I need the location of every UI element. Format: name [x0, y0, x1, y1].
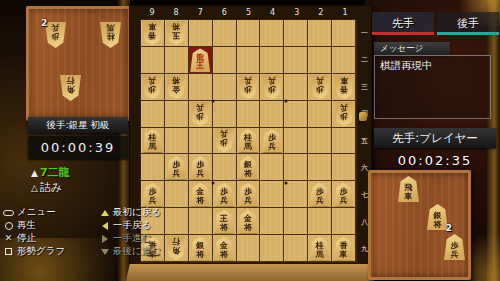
replay-item-2[interactable]: 一手戻る	[99, 219, 161, 232]
square-49[interactable]	[260, 235, 284, 262]
start-button-icon	[3, 207, 14, 218]
message-box: 棋譜再現中	[374, 55, 491, 119]
gote-piece-歩兵: 歩兵	[190, 102, 210, 126]
gote-hand-歩兵: 歩兵2	[45, 22, 66, 48]
sente-captured-tray: 飛車銀将2歩兵	[368, 170, 471, 280]
square-11[interactable]	[332, 20, 356, 47]
file-label-1: 1	[333, 6, 357, 19]
replay-item-2-label: 一手戻る	[113, 219, 151, 232]
dpad-down-icon	[99, 246, 110, 257]
piece-kanji: 歩	[244, 85, 252, 94]
file-label-5: 5	[236, 6, 260, 19]
gote-piece-香車: 香車	[334, 75, 354, 99]
square-51[interactable]	[237, 20, 261, 47]
board-stand	[126, 264, 374, 281]
square-64[interactable]	[213, 101, 237, 128]
sente-piece-桂馬: 桂馬	[238, 129, 258, 153]
square-38[interactable]	[284, 208, 308, 235]
piece-kanji: 兵	[340, 197, 348, 206]
square-13[interactable]: 香車	[332, 74, 356, 101]
piece-kanji: 馬	[244, 143, 252, 152]
file-label-7: 7	[188, 6, 212, 19]
piece-kanji: 王	[196, 63, 204, 71]
square-84[interactable]	[165, 101, 189, 128]
square-87[interactable]	[165, 181, 189, 208]
square-78[interactable]	[189, 208, 213, 235]
square-43[interactable]: 歩兵	[260, 74, 284, 101]
dpad-left-icon	[99, 220, 110, 231]
piece-kanji: 馬	[148, 143, 156, 152]
gote-piece-香車: 香車	[142, 21, 162, 45]
square-74[interactable]: 歩兵	[189, 101, 213, 128]
piece-kanji: 兵	[244, 76, 252, 85]
gote-clock: 00:00:39	[28, 136, 128, 159]
square-59[interactable]	[237, 235, 261, 262]
square-81[interactable]: 玉将	[165, 20, 189, 47]
start-button-glyph	[3, 210, 14, 216]
piece-kanji: 行	[67, 76, 75, 85]
hoshi-dot	[212, 100, 215, 103]
sente-piece-歩兵: 歩兵	[190, 156, 210, 180]
menu-item-2-label: 再生	[17, 219, 36, 232]
last-move-indicator: ▲ 7二龍	[31, 166, 70, 179]
sente-piece-飛車: 飛車	[398, 176, 419, 202]
dpad-right-glyph	[102, 235, 108, 243]
square-31[interactable]	[284, 20, 308, 47]
piece-kanji: 歩	[316, 85, 324, 94]
rank-label-2: 二	[358, 46, 371, 73]
square-85[interactable]	[165, 128, 189, 155]
sente-hand-銀将: 銀将2	[427, 204, 448, 230]
menu-item-2[interactable]: 再生	[3, 219, 99, 232]
piece-kanji: 車	[340, 251, 348, 260]
square-89[interactable]: 角行	[165, 235, 189, 262]
file-label-9: 9	[140, 6, 164, 19]
piece-kanji: 兵	[148, 197, 156, 206]
square-23[interactable]: 歩兵	[308, 74, 332, 101]
square-77[interactable]: 金将	[189, 181, 213, 208]
gote-piece-桂馬: 桂馬	[100, 22, 121, 48]
square-92[interactable]	[141, 47, 165, 74]
hoshi-dot	[284, 181, 287, 184]
tab-sente-label: 先手	[392, 16, 414, 31]
square-73[interactable]	[189, 74, 213, 101]
square-94[interactable]	[141, 101, 165, 128]
piece-kanji: 将	[220, 251, 228, 260]
cross-button-glyph: ✕	[5, 234, 13, 243]
square-76[interactable]: 歩兵	[189, 154, 213, 181]
square-22[interactable]	[308, 47, 332, 74]
square-28[interactable]	[308, 208, 332, 235]
gote-piece-歩兵: 歩兵	[262, 75, 282, 99]
tab-gote[interactable]: 後手	[437, 12, 499, 35]
sente-piece-歩兵: 歩兵	[166, 156, 186, 180]
last-move-text: 7二龍	[40, 165, 70, 180]
piece-kanji: 歩	[220, 138, 228, 147]
piece-kanji: 馬	[107, 23, 115, 32]
sente-piece-銀将: 銀将	[238, 156, 258, 180]
piece-kanji: 将	[220, 224, 228, 233]
shogi-replay-screen: 歩兵2桂馬角行 987654321 香車玉将龍王歩兵金将歩兵歩兵歩兵香車歩兵歩兵…	[0, 0, 500, 281]
menu-item-3[interactable]: ✕停止	[3, 232, 99, 245]
piece-kanji: 兵	[196, 170, 204, 179]
piece-kanji: 将	[172, 22, 180, 31]
circle-button-icon	[3, 220, 14, 231]
square-82[interactable]	[165, 47, 189, 74]
square-66[interactable]	[213, 154, 237, 181]
sente-piece-歩兵: 歩兵	[214, 183, 234, 207]
sente-hand-飛車: 飛車	[398, 176, 419, 202]
sente-piece-桂馬: 桂馬	[142, 129, 162, 153]
piece-kanji: 歩	[52, 32, 60, 41]
piece-kanji: 将	[244, 224, 252, 233]
square-58[interactable]: 金将	[237, 208, 261, 235]
sente-piece-龍王: 龍王	[190, 48, 210, 72]
square-55[interactable]: 桂馬	[237, 128, 261, 155]
mate-indicator: △ 詰み	[31, 181, 62, 194]
piece-kanji: 兵	[220, 197, 228, 206]
replay-item-1-label: 最初に戻る	[113, 206, 161, 219]
piece-kanji: 兵	[148, 76, 156, 85]
gote-piece-歩兵: 歩兵	[142, 75, 162, 99]
square-48[interactable]	[260, 208, 284, 235]
dpad-up-icon	[99, 207, 110, 218]
square-44[interactable]	[260, 101, 284, 128]
square-53[interactable]: 歩兵	[237, 74, 261, 101]
hoshi-dot	[284, 100, 287, 103]
gote-piece-玉将: 玉将	[166, 21, 186, 45]
square-79[interactable]: 銀将	[189, 235, 213, 262]
cross-button-icon: ✕	[3, 233, 14, 244]
sente-piece-桂馬: 桂馬	[310, 237, 330, 261]
menu-item-1[interactable]: メニュー	[3, 206, 99, 219]
piece-kanji: 兵	[316, 197, 324, 206]
replay-item-3[interactable]: 一手進む	[99, 232, 161, 245]
square-54[interactable]	[237, 101, 261, 128]
piece-kanji: 歩	[196, 112, 204, 121]
square-42[interactable]	[260, 47, 284, 74]
square-16[interactable]	[332, 154, 356, 181]
sente-player-bar: 先手:プレイヤー	[374, 128, 496, 148]
square-83[interactable]: 金将	[165, 74, 189, 101]
gote-player-bar: 後手:銀星 初級	[28, 117, 128, 133]
sente-piece-金将: 金将	[214, 237, 234, 261]
square-52[interactable]	[237, 47, 261, 74]
piece-kanji: 金	[172, 85, 180, 94]
square-33[interactable]	[284, 74, 308, 101]
piece-kanji: 角	[172, 246, 180, 255]
sente-piece-歩兵: 歩兵	[238, 183, 258, 207]
square-19[interactable]: 香車	[332, 235, 356, 262]
file-label-8: 8	[164, 6, 188, 19]
replay-item-3-label: 一手進む	[113, 232, 151, 245]
sente-piece-歩兵: 歩兵	[310, 183, 330, 207]
message-text: 棋譜再現中	[380, 59, 433, 71]
file-label-6: 6	[212, 6, 236, 19]
piece-kanji: 将	[244, 170, 252, 179]
dpad-up-glyph	[101, 210, 109, 216]
square-18[interactable]	[332, 208, 356, 235]
piece-kanji: 歩	[148, 85, 156, 94]
square-96[interactable]	[141, 154, 165, 181]
square-26[interactable]	[308, 154, 332, 181]
piece-kanji: 馬	[316, 251, 324, 260]
file-coordinates: 987654321	[140, 6, 357, 19]
piece-kanji: 兵	[340, 103, 348, 112]
file-label-2: 2	[309, 6, 333, 19]
square-56[interactable]: 銀将	[237, 154, 261, 181]
sente-hand-歩兵: 歩兵	[444, 234, 465, 260]
piece-kanji: 兵	[316, 76, 324, 85]
rank-label-1: 一	[358, 19, 371, 46]
gote-piece-歩兵: 歩兵	[214, 129, 234, 153]
square-46[interactable]	[260, 154, 284, 181]
piece-kanji: 兵	[196, 103, 204, 112]
square-36[interactable]	[284, 154, 308, 181]
gote-piece-金将: 金将	[166, 75, 186, 99]
tab-sente-underline	[372, 32, 434, 35]
file-label-3: 3	[285, 6, 309, 19]
square-button-icon	[3, 246, 14, 257]
piece-kanji: 行	[172, 238, 180, 247]
tab-sente[interactable]: 先手	[372, 12, 434, 35]
rank-cursor-marker	[359, 112, 367, 121]
piece-kanji: 将	[172, 76, 180, 85]
piece-kanji: 兵	[451, 251, 459, 260]
square-71[interactable]	[189, 20, 213, 47]
square-14[interactable]: 歩兵	[332, 101, 356, 128]
file-label-4: 4	[261, 6, 285, 19]
square-93[interactable]: 歩兵	[141, 74, 165, 101]
gote-hand-桂馬: 桂馬	[100, 22, 121, 48]
piece-kanji: 車	[340, 76, 348, 85]
square-37[interactable]	[284, 181, 308, 208]
replay-item-1[interactable]: 最初に戻る	[99, 206, 161, 219]
square-97[interactable]: 歩兵	[141, 181, 165, 208]
sente-piece-歩兵: 歩兵	[444, 234, 465, 260]
sente-piece-王将: 王将	[214, 210, 234, 234]
piece-kanji: 将	[196, 251, 204, 260]
sente-piece-香車: 香車	[334, 237, 354, 261]
square-75[interactable]	[189, 128, 213, 155]
square-45[interactable]: 歩兵	[260, 128, 284, 155]
sente-piece-歩兵: 歩兵	[262, 129, 282, 153]
hand-count-badge: 2	[446, 223, 452, 233]
square-17[interactable]: 歩兵	[332, 181, 356, 208]
piece-kanji: 兵	[172, 170, 180, 179]
menu-item-4[interactable]: 形勢グラフ	[3, 245, 99, 258]
piece-kanji: 香	[340, 85, 348, 94]
dpad-right-icon	[99, 233, 110, 244]
mate-text: 詰み	[40, 180, 62, 195]
piece-kanji: 香	[148, 31, 156, 40]
message-header: メッセージ	[374, 42, 450, 55]
square-24[interactable]	[308, 101, 332, 128]
square-88[interactable]	[165, 208, 189, 235]
circle-button-glyph	[5, 222, 13, 230]
square-65[interactable]: 歩兵	[213, 128, 237, 155]
square-62[interactable]	[213, 47, 237, 74]
piece-kanji: 兵	[268, 143, 276, 152]
square-69[interactable]: 金将	[213, 235, 237, 262]
piece-kanji: 角	[67, 85, 75, 94]
piece-kanji: 兵	[52, 23, 60, 32]
piece-kanji: 歩	[340, 112, 348, 121]
square-27[interactable]: 歩兵	[308, 181, 332, 208]
gote-piece-角行: 角行	[60, 75, 81, 101]
tab-gote-label: 後手	[457, 16, 479, 31]
piece-kanji: 玉	[172, 31, 180, 40]
square-29[interactable]: 桂馬	[308, 235, 332, 262]
gote-marker: △	[31, 183, 38, 193]
piece-kanji: 兵	[244, 197, 252, 206]
piece-kanji: 将	[196, 197, 204, 206]
square-39[interactable]	[284, 235, 308, 262]
square-button-glyph	[5, 248, 12, 255]
sente-piece-歩兵: 歩兵	[334, 183, 354, 207]
square-63[interactable]	[213, 74, 237, 101]
gote-piece-歩兵: 歩兵	[45, 22, 66, 48]
menu-item-4-label: 形勢グラフ	[17, 245, 65, 258]
sente-piece-銀将: 銀将	[190, 237, 210, 261]
rank-label-5: 五	[358, 127, 371, 154]
square-34[interactable]	[284, 101, 308, 128]
sente-move-marker: ▲	[31, 168, 38, 178]
tab-gote-underline	[437, 32, 499, 35]
square-86[interactable]: 歩兵	[165, 154, 189, 181]
replay-menu: メニュー最初に戻る再生一手戻る✕停止一手進む形勢グラフ最後に進む	[3, 206, 148, 258]
menu-item-3-label: 停止	[17, 232, 36, 245]
square-61[interactable]	[213, 20, 237, 47]
dpad-left-glyph	[102, 222, 108, 230]
piece-kanji: 車	[148, 22, 156, 31]
piece-kanji: 桂	[107, 32, 115, 41]
gote-piece-歩兵: 歩兵	[238, 75, 258, 99]
board-grid: 香車玉将龍王歩兵金将歩兵歩兵歩兵香車歩兵歩兵桂馬歩兵桂馬歩兵歩兵歩兵銀将歩兵金将…	[140, 19, 357, 263]
piece-kanji: 歩	[268, 85, 276, 94]
square-67[interactable]: 歩兵	[213, 181, 237, 208]
menu-item-1-label: メニュー	[17, 206, 56, 219]
square-32[interactable]	[284, 47, 308, 74]
gote-captured-tray: 歩兵2桂馬角行	[26, 6, 131, 121]
replay-item-4-label: 最後に進む	[113, 245, 161, 258]
square-57[interactable]: 歩兵	[237, 181, 261, 208]
gote-hand-角行: 角行	[60, 75, 81, 101]
piece-kanji: 車	[405, 193, 413, 202]
hoshi-dot	[212, 181, 215, 184]
sente-piece-金将: 金将	[238, 210, 258, 234]
square-15[interactable]	[332, 128, 356, 155]
shogi-board: 987654321 香車玉将龍王歩兵金将歩兵歩兵歩兵香車歩兵歩兵桂馬歩兵桂馬歩兵…	[129, 5, 372, 267]
gote-piece-角行: 角行	[166, 237, 186, 261]
square-72[interactable]: 龍王	[189, 47, 213, 74]
piece-kanji: 将	[434, 221, 442, 230]
square-21[interactable]	[308, 20, 332, 47]
dpad-down-glyph	[101, 249, 109, 255]
sente-clock: 00:02:35	[374, 150, 496, 170]
piece-kanji: 兵	[268, 76, 276, 85]
square-47[interactable]	[260, 181, 284, 208]
square-35[interactable]	[284, 128, 308, 155]
hand-count-badge: 2	[41, 18, 47, 28]
replay-item-4[interactable]: 最後に進む	[99, 245, 161, 258]
sente-piece-金将: 金将	[190, 183, 210, 207]
square-25[interactable]	[308, 128, 332, 155]
square-95[interactable]: 桂馬	[141, 128, 165, 155]
square-91[interactable]: 香車	[141, 20, 165, 47]
square-41[interactable]	[260, 20, 284, 47]
gote-piece-歩兵: 歩兵	[310, 75, 330, 99]
piece-kanji: 兵	[220, 130, 228, 139]
sente-piece-歩兵: 歩兵	[142, 183, 162, 207]
square-68[interactable]: 王将	[213, 208, 237, 235]
rank-label-3: 三	[358, 73, 371, 100]
gote-piece-歩兵: 歩兵	[334, 102, 354, 126]
square-12[interactable]	[332, 47, 356, 74]
